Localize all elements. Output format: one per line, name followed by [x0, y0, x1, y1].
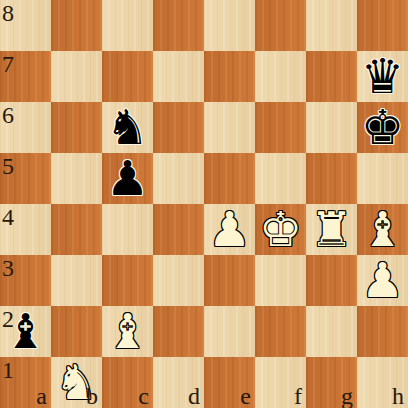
square-b6[interactable]: [51, 102, 102, 153]
square-d8[interactable]: [153, 0, 204, 51]
square-e1[interactable]: [204, 357, 255, 408]
square-e8[interactable]: [204, 0, 255, 51]
square-h1[interactable]: [357, 357, 408, 408]
square-f6[interactable]: [255, 102, 306, 153]
square-d2[interactable]: [153, 306, 204, 357]
square-f7[interactable]: [255, 51, 306, 102]
square-c4[interactable]: [102, 204, 153, 255]
square-d1[interactable]: [153, 357, 204, 408]
square-d6[interactable]: [153, 102, 204, 153]
square-f3[interactable]: [255, 255, 306, 306]
piece-white-king[interactable]: ♚: [255, 204, 306, 255]
square-d7[interactable]: [153, 51, 204, 102]
piece-white-rook[interactable]: ♜: [306, 204, 357, 255]
square-g4[interactable]: ♜: [306, 204, 357, 255]
square-a3[interactable]: [0, 255, 51, 306]
square-e7[interactable]: [204, 51, 255, 102]
square-d4[interactable]: [153, 204, 204, 255]
square-h8[interactable]: [357, 0, 408, 51]
square-g6[interactable]: [306, 102, 357, 153]
square-f4[interactable]: ♚: [255, 204, 306, 255]
square-e4[interactable]: ♟: [204, 204, 255, 255]
square-c5[interactable]: ♟: [102, 153, 153, 204]
square-a1[interactable]: [0, 357, 51, 408]
square-c7[interactable]: [102, 51, 153, 102]
square-b4[interactable]: [51, 204, 102, 255]
square-e3[interactable]: [204, 255, 255, 306]
square-g7[interactable]: [306, 51, 357, 102]
square-a2[interactable]: ♝: [0, 306, 51, 357]
piece-black-bishop[interactable]: ♝: [0, 306, 51, 357]
square-h3[interactable]: ♟: [357, 255, 408, 306]
piece-white-bishop[interactable]: ♝: [102, 306, 153, 357]
square-d5[interactable]: [153, 153, 204, 204]
square-c8[interactable]: [102, 0, 153, 51]
square-c3[interactable]: [102, 255, 153, 306]
piece-white-bishop[interactable]: ♝: [357, 204, 408, 255]
piece-black-king[interactable]: ♚: [357, 102, 408, 153]
square-b1[interactable]: ♞: [51, 357, 102, 408]
square-h2[interactable]: [357, 306, 408, 357]
square-a8[interactable]: [0, 0, 51, 51]
square-f1[interactable]: [255, 357, 306, 408]
square-h6[interactable]: ♚: [357, 102, 408, 153]
square-c2[interactable]: ♝: [102, 306, 153, 357]
square-b2[interactable]: [51, 306, 102, 357]
square-f8[interactable]: [255, 0, 306, 51]
piece-black-pawn[interactable]: ♟: [102, 153, 153, 204]
piece-white-knight[interactable]: ♞: [51, 357, 102, 408]
square-b5[interactable]: [51, 153, 102, 204]
square-g2[interactable]: [306, 306, 357, 357]
chess-board: ♛♞♚♟♟♚♜♝♟♝♝♞12345678abcdefgh: [0, 0, 408, 408]
square-b3[interactable]: [51, 255, 102, 306]
square-g1[interactable]: [306, 357, 357, 408]
piece-black-queen[interactable]: ♛: [357, 51, 408, 102]
square-e2[interactable]: [204, 306, 255, 357]
square-c6[interactable]: ♞: [102, 102, 153, 153]
square-h4[interactable]: ♝: [357, 204, 408, 255]
square-a4[interactable]: [0, 204, 51, 255]
square-g8[interactable]: [306, 0, 357, 51]
square-b8[interactable]: [51, 0, 102, 51]
square-g3[interactable]: [306, 255, 357, 306]
piece-white-pawn[interactable]: ♟: [204, 204, 255, 255]
square-a7[interactable]: [0, 51, 51, 102]
square-g5[interactable]: [306, 153, 357, 204]
square-h5[interactable]: [357, 153, 408, 204]
square-d3[interactable]: [153, 255, 204, 306]
square-h7[interactable]: ♛: [357, 51, 408, 102]
square-c1[interactable]: [102, 357, 153, 408]
square-e6[interactable]: [204, 102, 255, 153]
square-e5[interactable]: [204, 153, 255, 204]
square-a5[interactable]: [0, 153, 51, 204]
square-b7[interactable]: [51, 51, 102, 102]
square-f2[interactable]: [255, 306, 306, 357]
square-f5[interactable]: [255, 153, 306, 204]
square-a6[interactable]: [0, 102, 51, 153]
piece-white-pawn[interactable]: ♟: [357, 255, 408, 306]
piece-black-knight[interactable]: ♞: [102, 102, 153, 153]
